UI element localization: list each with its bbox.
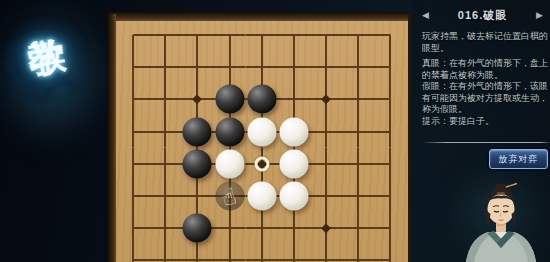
give-up-game-button[interactable]: 放弃对弈 [489, 149, 548, 169]
board-cell[interactable] [310, 212, 342, 244]
black-stone [215, 117, 244, 146]
board-cell[interactable] [278, 115, 310, 147]
board-cell[interactable] [246, 83, 278, 115]
eye-marker [254, 156, 269, 171]
board-cell[interactable] [213, 148, 245, 180]
board-cell[interactable] [342, 244, 374, 262]
board-cell[interactable] [181, 244, 213, 262]
board-cell[interactable] [213, 19, 245, 51]
board-cell[interactable] [117, 212, 149, 244]
star-point [322, 224, 331, 233]
board-cell[interactable] [374, 180, 406, 212]
board-cell[interactable] [117, 19, 149, 51]
board-cell[interactable] [213, 244, 245, 262]
game-screen: 教学 教学 ☝ ◀ 016.破眼 ▶ 玩家持黑，破去标记位置白棋的眼型。 真眼：… [0, 0, 550, 262]
white-stone [215, 149, 244, 178]
prev-puzzle-arrow[interactable]: ◀ [420, 11, 431, 20]
real-eye-definition: 真眼：在有外气的情形下，盘上的禁着点被称为眼。 [422, 58, 550, 81]
puzzle-title: 016.破眼 [458, 8, 507, 23]
board-cell[interactable] [181, 148, 213, 180]
board-cell[interactable] [149, 244, 181, 262]
star-point [322, 95, 331, 104]
board-cell[interactable] [149, 115, 181, 147]
board-cell[interactable] [213, 212, 245, 244]
board-cell[interactable] [278, 244, 310, 262]
board-cell[interactable] [213, 115, 245, 147]
white-stone [279, 149, 308, 178]
black-stone [183, 214, 212, 243]
board-cell[interactable] [181, 180, 213, 212]
board-cell[interactable] [246, 51, 278, 83]
board-cell[interactable] [149, 212, 181, 244]
board-cell[interactable] [374, 19, 406, 51]
board-cell[interactable] [149, 19, 181, 51]
board-cell[interactable]: ☝ [213, 180, 245, 212]
board-cell[interactable] [374, 51, 406, 83]
board-cell[interactable] [117, 115, 149, 147]
board-cell[interactable] [278, 83, 310, 115]
board-cell[interactable] [117, 83, 149, 115]
board-cell[interactable] [310, 180, 342, 212]
tutorial-logo: 教学 教学 [4, 2, 104, 182]
board-cell[interactable] [246, 244, 278, 262]
go-board: ☝ [108, 12, 411, 262]
board-cell[interactable] [374, 244, 406, 262]
white-stone [247, 181, 276, 210]
puzzle-hint: 提示：要提白子。 [422, 116, 550, 128]
black-stone [247, 85, 276, 114]
board-cell[interactable] [278, 148, 310, 180]
board-cell[interactable] [342, 51, 374, 83]
board-cell[interactable] [374, 115, 406, 147]
panel-divider [424, 142, 550, 143]
board-cell[interactable] [310, 115, 342, 147]
board-cell[interactable] [342, 148, 374, 180]
board-cell[interactable] [149, 148, 181, 180]
board-cell[interactable] [149, 51, 181, 83]
board-cell[interactable] [117, 180, 149, 212]
black-stone [183, 117, 212, 146]
board-cell[interactable] [117, 51, 149, 83]
tutorial-logo-text: 教学 [18, 7, 58, 13]
board-cell[interactable] [149, 180, 181, 212]
board-cell[interactable] [374, 83, 406, 115]
puzzle-title-bar: ◀ 016.破眼 ▶ [420, 7, 545, 23]
board-cell[interactable] [181, 51, 213, 83]
board-cell[interactable] [374, 212, 406, 244]
star-point [193, 95, 202, 104]
board-cell[interactable] [342, 115, 374, 147]
tutorial-panel: ◀ 016.破眼 ▶ 玩家持黑，破去标记位置白棋的眼型。 真眼：在有外气的情形下… [412, 0, 550, 262]
board-cell[interactable] [246, 148, 278, 180]
board-cell[interactable] [278, 19, 310, 51]
advisor-portrait-art [452, 182, 550, 262]
board-edge-right [408, 14, 411, 262]
board-cell[interactable] [310, 83, 342, 115]
board-cell[interactable] [117, 148, 149, 180]
board-edge-left [108, 14, 116, 262]
board-cell[interactable] [342, 180, 374, 212]
board-cell[interactable] [181, 115, 213, 147]
board-cell[interactable] [149, 83, 181, 115]
board-cell[interactable] [181, 19, 213, 51]
board-grid: ☝ [117, 19, 407, 262]
board-cell[interactable] [246, 180, 278, 212]
board-cell[interactable] [117, 244, 149, 262]
board-cell[interactable] [374, 148, 406, 180]
board-cell[interactable] [342, 83, 374, 115]
puzzle-intro: 玩家持黑，破去标记位置白棋的眼型。 [422, 31, 550, 54]
board-cell[interactable] [213, 83, 245, 115]
false-eye-definition: 假眼：在有外气的情形下，该眼有可能因为被对方提取或生动，称为假眼。 [422, 81, 550, 116]
white-stone [247, 117, 276, 146]
board-cell[interactable] [181, 83, 213, 115]
next-puzzle-arrow[interactable]: ▶ [534, 11, 545, 20]
board-cell[interactable] [246, 212, 278, 244]
white-stone [279, 181, 308, 210]
board-cell[interactable] [213, 51, 245, 83]
board-cell[interactable] [246, 115, 278, 147]
black-stone [183, 149, 212, 178]
board-cell[interactable] [310, 148, 342, 180]
black-stone [215, 85, 244, 114]
board-cell[interactable] [310, 19, 342, 51]
board-cell[interactable] [246, 19, 278, 51]
puzzle-explanation: 真眼：在有外气的情形下，盘上的禁着点被称为眼。 假眼：在有外气的情形下，该眼有可… [422, 58, 550, 127]
advisor-portrait [452, 182, 550, 262]
board-cell[interactable] [310, 51, 342, 83]
board-cell[interactable] [278, 180, 310, 212]
white-stone [279, 117, 308, 146]
board-cell[interactable] [278, 212, 310, 244]
board-cell[interactable] [342, 19, 374, 51]
board-cell[interactable] [342, 212, 374, 244]
board-cell[interactable] [310, 244, 342, 262]
board-cell[interactable] [278, 51, 310, 83]
board-cell[interactable] [181, 212, 213, 244]
